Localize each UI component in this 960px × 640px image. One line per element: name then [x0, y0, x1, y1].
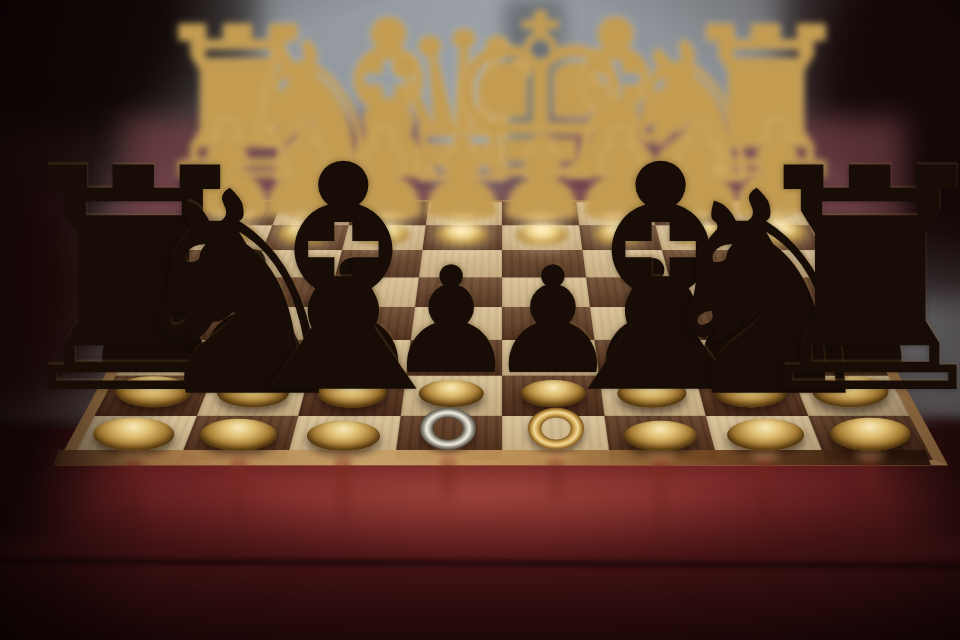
square-f5: [586, 277, 677, 307]
square-g1: [706, 415, 825, 460]
piece-wB-f8: ♝: [517, 0, 714, 221]
square-g4: [677, 307, 777, 340]
door-frame-shadow: [505, 0, 563, 230]
square-d7: [422, 225, 502, 250]
chess-knight-icon: ♞: [226, 16, 400, 211]
square-g6: [662, 250, 753, 277]
square-f4: [590, 307, 686, 340]
chess-knight-icon: ♞: [604, 16, 778, 211]
square-e3: [502, 340, 599, 376]
square-b6: [251, 250, 342, 277]
square-d2: [400, 376, 502, 416]
square-d1: [394, 415, 502, 460]
piece-wR-a8: ♜: [144, 0, 332, 221]
square-c8: [349, 202, 429, 225]
square-b5: [240, 277, 335, 307]
square-e7: [502, 225, 582, 250]
reflection-streak: [335, 452, 351, 557]
square-f1: [604, 415, 718, 460]
chess-bishop-icon: ♝: [290, 0, 487, 211]
square-e1: [502, 415, 610, 460]
square-b8: [272, 202, 355, 225]
square-e2: [502, 376, 604, 416]
chess-rook-icon: ♜: [144, 0, 332, 210]
square-d8: [425, 202, 502, 225]
square-f3: [594, 340, 695, 376]
square-c5: [327, 277, 418, 307]
reflection-streak: [231, 452, 247, 557]
square-g2: [695, 376, 807, 416]
square-h1: [808, 415, 933, 460]
chess-board: [56, 200, 948, 466]
square-g7: [655, 225, 742, 250]
square-e6: [502, 250, 586, 277]
square-f7: [579, 225, 662, 250]
square-g8: [649, 202, 732, 225]
chess-bishop-icon: ♝: [517, 0, 714, 211]
armchair-blob-top-left: [0, 0, 260, 210]
square-c6: [335, 250, 422, 277]
square-c1: [287, 415, 401, 460]
piece-wQ-d8: ♛: [371, 4, 557, 220]
square-a5: [152, 277, 251, 307]
square-b4: [227, 307, 327, 340]
piece-wK-e8: ♚: [439, 0, 642, 221]
square-a7: [182, 225, 272, 250]
square-a4: [135, 307, 240, 340]
square-g3: [686, 340, 792, 376]
square-e8: [502, 202, 579, 225]
square-c2: [298, 376, 405, 416]
reflection-streak: [757, 452, 773, 557]
square-e4: [502, 307, 594, 340]
piece-wR-h8: ♜: [672, 0, 860, 221]
square-f6: [582, 250, 669, 277]
square-e5: [502, 277, 590, 307]
square-h7: [732, 225, 822, 250]
square-a6: [168, 250, 262, 277]
table-highlight: [120, 450, 840, 560]
square-h8: [723, 202, 809, 225]
piece-wB-c8: ♝: [290, 0, 487, 221]
chess-king-icon: ♚: [439, 0, 642, 211]
square-c7: [342, 225, 425, 250]
square-h5: [753, 277, 852, 307]
square-b2: [196, 376, 308, 416]
square-b3: [212, 340, 318, 376]
square-a8: [195, 202, 281, 225]
reflection-streak: [862, 452, 878, 557]
square-h3: [777, 340, 888, 376]
square-b1: [179, 415, 298, 460]
reflection-streak: [126, 452, 142, 557]
square-b7: [262, 225, 349, 250]
square-f2: [599, 376, 706, 416]
square-f8: [576, 202, 656, 225]
square-d6: [418, 250, 502, 277]
reflection-streak: [653, 452, 669, 557]
piece-wN-g8: ♞: [604, 16, 778, 221]
square-d3: [405, 340, 502, 376]
square-a2: [95, 376, 213, 416]
chess-queen-icon: ♛: [371, 4, 557, 211]
square-c4: [318, 307, 414, 340]
square-g5: [669, 277, 764, 307]
square-h4: [765, 307, 870, 340]
chess-rook-icon: ♜: [672, 0, 860, 210]
square-c3: [309, 340, 410, 376]
square-h2: [792, 376, 910, 416]
square-d5: [415, 277, 503, 307]
square-a3: [116, 340, 227, 376]
table-seam: [0, 557, 960, 569]
square-a1: [71, 415, 196, 460]
piece-wN-b8: ♞: [226, 16, 400, 221]
square-h6: [742, 250, 836, 277]
square-d4: [410, 307, 502, 340]
photo-scene: ♜♞♝♛♚♝♞♜♟♟♟♟♟♟♟♟♟♟♟♟♟♟♟♟♜♞♝♝♞♜: [0, 0, 960, 640]
